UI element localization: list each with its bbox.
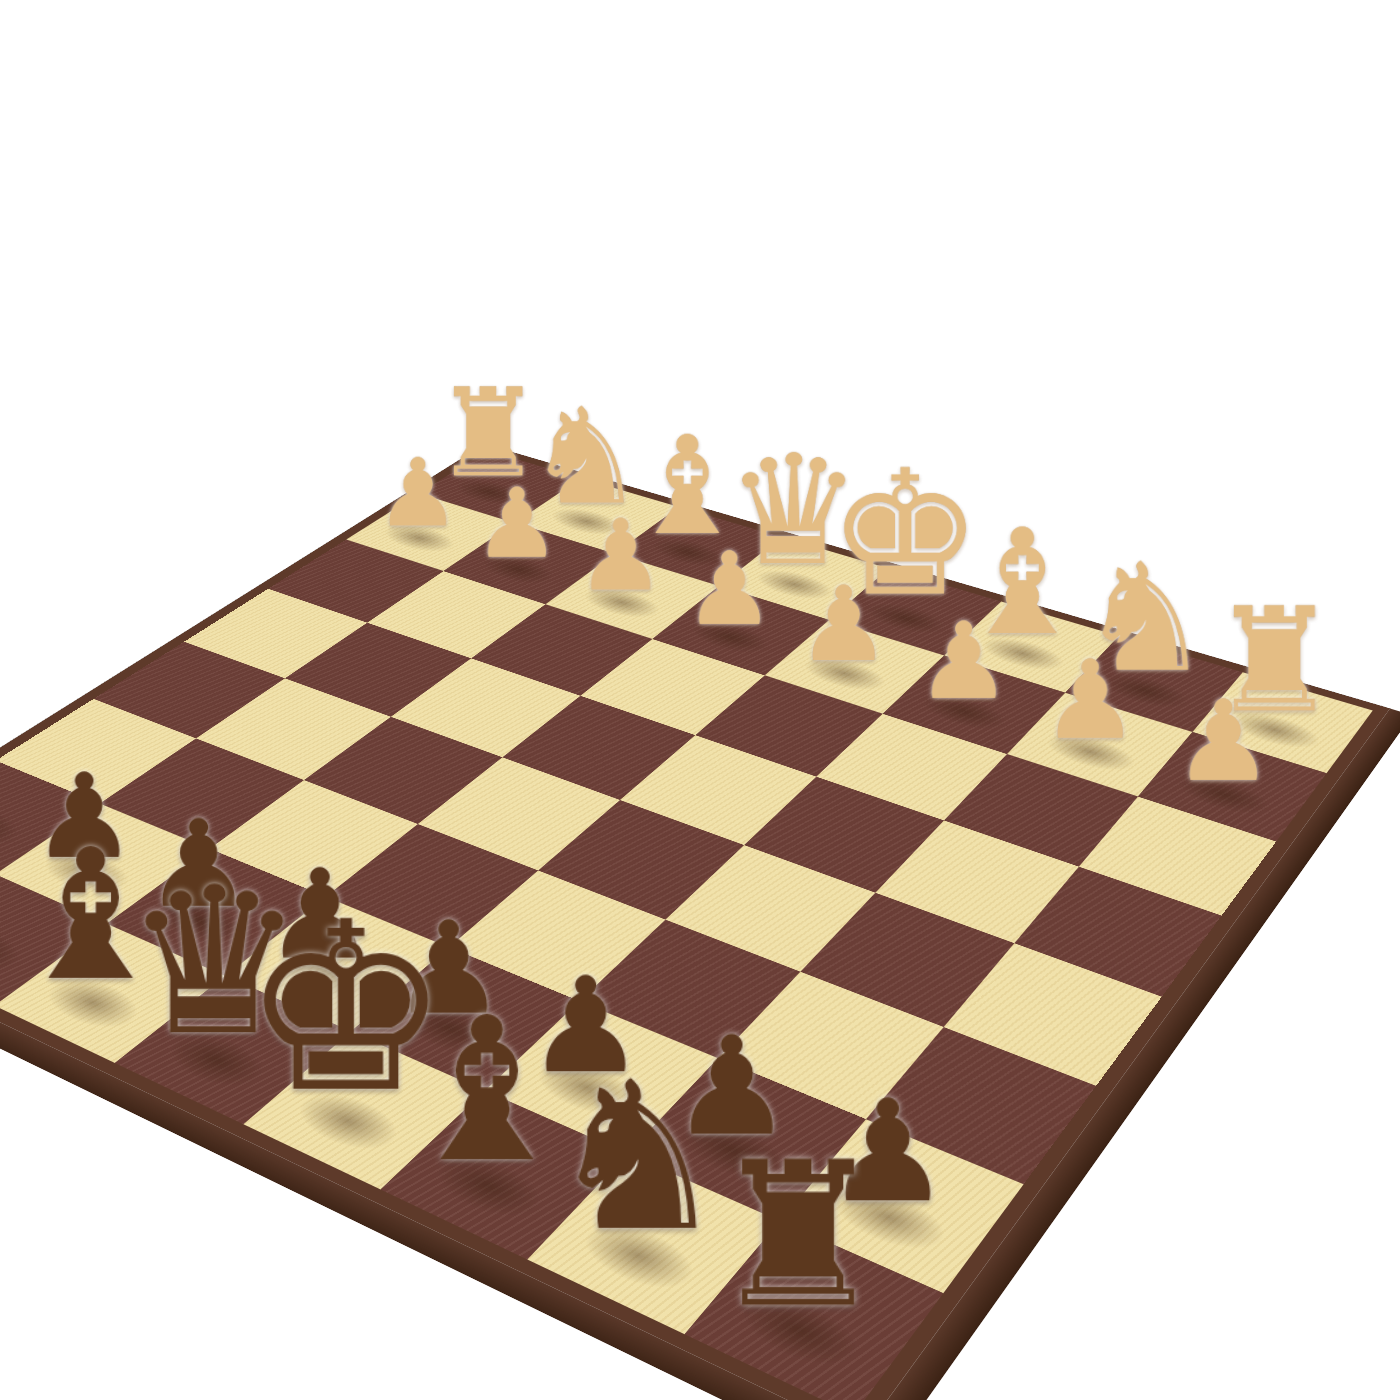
piece-black-rook-h8: ♜ xyxy=(709,1135,888,1335)
piece-white-pawn-c2: ♟ xyxy=(577,506,665,604)
board-squares: ♜♞♝♛♚♝♞♜♟♟♟♟♟♟♟♟♟♟♟♟♟♟♟♟♜♞♝♛♚♝♞♜ xyxy=(0,451,1373,1400)
piece-white-pawn-f2: ♟ xyxy=(916,608,1011,714)
piece-white-pawn-e2: ♟ xyxy=(797,572,890,675)
piece-black-knight-g8: ♞ xyxy=(545,1054,729,1259)
piece-white-pawn-a2: ♟ xyxy=(376,446,460,540)
piece-white-pawn-d2: ♟ xyxy=(684,538,774,639)
chess-board: ♜♞♝♛♚♝♞♜♟♟♟♟♟♟♟♟♟♟♟♟♟♟♟♟♜♞♝♛♚♝♞♜ xyxy=(0,444,1390,1400)
piece-white-pawn-h2: ♟ xyxy=(1173,685,1273,797)
piece-white-pawn-b2: ♟ xyxy=(474,475,560,571)
photo-frame: ♜♞♝♛♚♝♞♜♟♟♟♟♟♟♟♟♟♟♟♟♟♟♟♟♜♞♝♛♚♝♞♜ xyxy=(0,0,1400,1400)
piece-white-pawn-g2: ♟ xyxy=(1041,645,1139,754)
